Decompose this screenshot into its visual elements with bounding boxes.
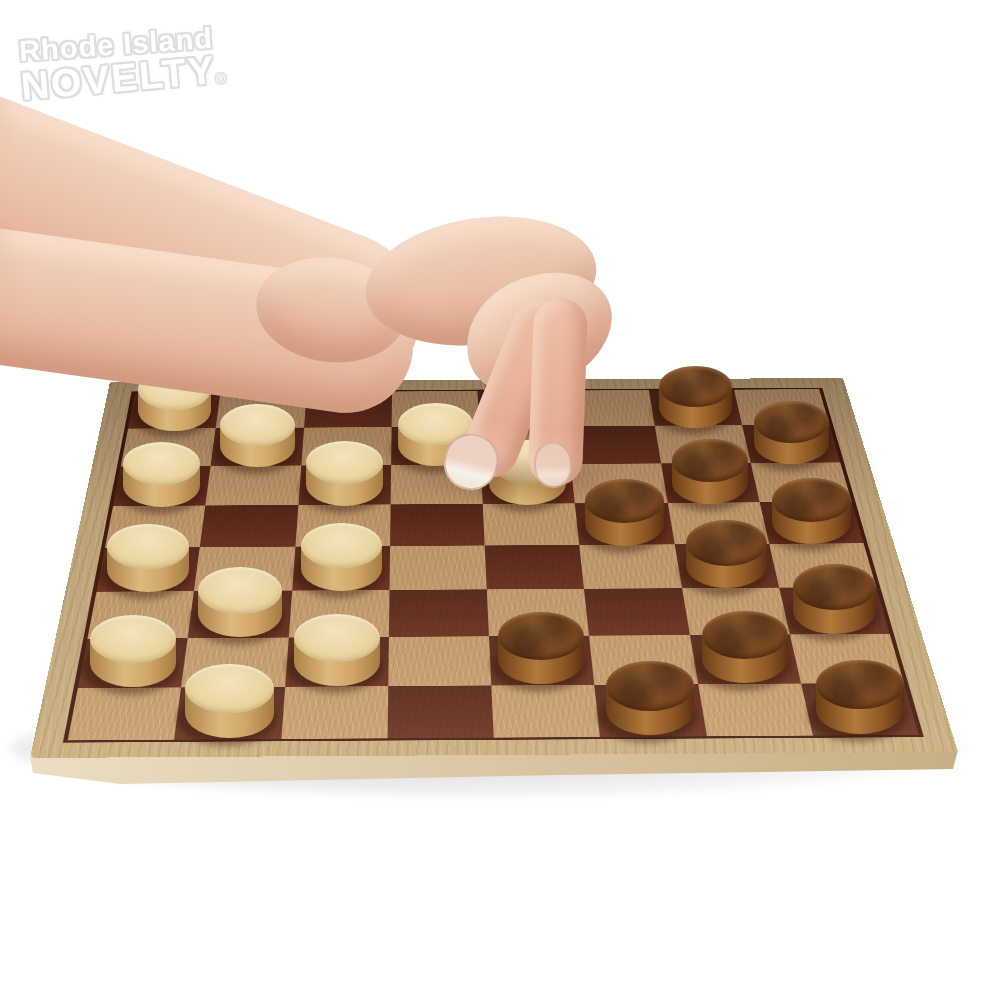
square-r6c7[interactable] [682, 588, 790, 635]
square-r1c1[interactable] [128, 392, 221, 428]
square-r3c7[interactable] [661, 463, 760, 503]
square-r5c4[interactable] [389, 545, 486, 590]
hand-back [357, 202, 604, 359]
square-r4c8[interactable] [759, 502, 863, 544]
square-r5c8[interactable] [769, 543, 876, 587]
square-r5c2[interactable] [194, 547, 295, 592]
square-r3c1[interactable] [113, 466, 211, 506]
square-r1c7[interactable] [648, 390, 742, 426]
square-r6c3[interactable] [288, 590, 389, 637]
square-r4c5[interactable] [483, 503, 580, 545]
square-r7c2[interactable] [181, 637, 288, 687]
square-r5c3[interactable] [292, 546, 390, 591]
checkers-board [30, 378, 958, 758]
square-r7c6[interactable] [589, 635, 697, 685]
square-r2c8[interactable] [742, 425, 840, 463]
square-r6c1[interactable] [87, 591, 194, 638]
square-r7c5[interactable] [489, 635, 595, 685]
square-r4c6[interactable] [575, 503, 674, 545]
square-r5c6[interactable] [579, 544, 681, 589]
forearm [0, 95, 444, 421]
square-r8c4[interactable] [387, 685, 493, 738]
square-r7c7[interactable] [689, 634, 800, 684]
square-r8c1[interactable] [68, 687, 182, 740]
hand-contact-shadow [408, 452, 618, 504]
square-r8c3[interactable] [281, 686, 388, 739]
square-r4c7[interactable] [667, 502, 769, 544]
square-r2c1[interactable] [121, 428, 216, 466]
square-r3c3[interactable] [298, 465, 391, 505]
square-r4c1[interactable] [105, 505, 206, 547]
watermark-logo: Rhode Island NOVELTY® [18, 25, 227, 103]
square-r7c1[interactable] [78, 638, 188, 688]
square-r7c4[interactable] [388, 636, 491, 686]
square-r7c8[interactable] [790, 634, 904, 684]
product-photo-scene: Rhode Island NOVELTY® ⛀⛂⛂⛀⛀⛂⛀⛀⛀⛂⛂⛂⛀⛀⛂⛀⛂⛀… [0, 0, 1000, 1000]
square-r1c8[interactable] [734, 389, 830, 425]
square-r8c6[interactable] [595, 684, 707, 737]
square-r6c4[interactable] [389, 589, 489, 636]
square-r3c2[interactable] [206, 465, 301, 505]
square-r4c2[interactable] [200, 505, 298, 547]
square-r6c8[interactable] [779, 587, 890, 634]
square-r3c8[interactable] [750, 462, 851, 502]
square-r7c3[interactable] [285, 637, 389, 687]
square-r1c4[interactable] [391, 391, 479, 427]
square-r8c2[interactable] [174, 687, 284, 740]
square-r2c7[interactable] [654, 425, 750, 463]
square-r5c1[interactable] [96, 547, 200, 592]
wrist [250, 249, 412, 371]
square-r4c3[interactable] [295, 504, 390, 546]
square-r1c3[interactable] [304, 391, 392, 427]
square-r8c8[interactable] [801, 683, 919, 736]
square-r1c6[interactable] [563, 390, 654, 426]
square-r8c5[interactable] [491, 685, 600, 738]
square-r6c5[interactable] [487, 589, 589, 636]
square-r2c2[interactable] [211, 428, 304, 466]
square-r2c3[interactable] [301, 427, 391, 465]
square-r1c5[interactable] [477, 391, 566, 427]
registered-trademark-symbol: ® [216, 71, 228, 86]
square-r6c2[interactable] [188, 591, 292, 638]
square-r5c5[interactable] [485, 545, 585, 590]
square-r6c6[interactable] [584, 588, 689, 635]
square-r1c2[interactable] [216, 392, 306, 428]
square-r5c7[interactable] [674, 544, 779, 589]
square-r8c7[interactable] [698, 683, 813, 736]
square-r4c4[interactable] [390, 504, 485, 546]
board-playing-grid [63, 388, 924, 743]
